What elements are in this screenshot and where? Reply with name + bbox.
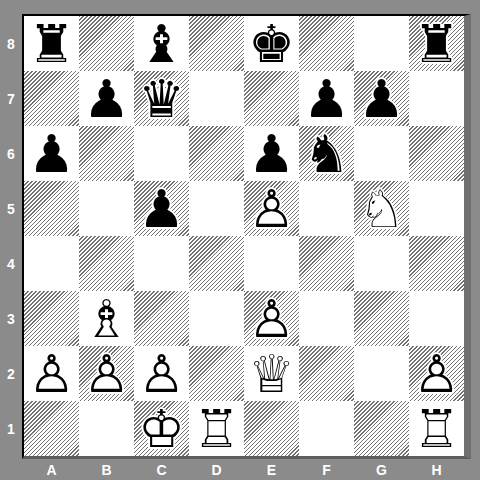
- square-h3[interactable]: [409, 291, 464, 346]
- square-d5[interactable]: [189, 181, 244, 236]
- piece-glyph: ♟: [244, 291, 299, 346]
- square-f7[interactable]: ♟: [299, 71, 354, 126]
- square-f4[interactable]: [299, 236, 354, 291]
- piece-black-pawn: ♟: [24, 126, 79, 181]
- file-label-d: D: [189, 459, 244, 480]
- piece-glyph: ♘: [354, 181, 409, 236]
- square-b6[interactable]: [79, 126, 134, 181]
- piece-glyph: ♜: [409, 401, 464, 456]
- piece-white-pawn: ♟♙: [79, 346, 134, 401]
- piece-white-pawn: ♟♙: [409, 346, 464, 401]
- square-a2[interactable]: ♟♙: [24, 346, 79, 401]
- file-label-c: C: [134, 459, 189, 480]
- square-b1[interactable]: [79, 401, 134, 456]
- piece-glyph: ♟: [79, 346, 134, 401]
- piece-glyph: ♟: [244, 181, 299, 236]
- piece-glyph: ♟: [24, 126, 79, 181]
- square-h8[interactable]: ♜: [409, 16, 464, 71]
- square-f6[interactable]: ♞: [299, 126, 354, 181]
- square-d8[interactable]: [189, 16, 244, 71]
- piece-glyph: ♟: [79, 71, 134, 126]
- square-e4[interactable]: [244, 236, 299, 291]
- square-c2[interactable]: ♟♙: [134, 346, 189, 401]
- square-b7[interactable]: ♟: [79, 71, 134, 126]
- piece-glyph: ♛: [244, 346, 299, 401]
- file-label-a: A: [24, 459, 79, 480]
- piece-white-pawn: ♟♙: [24, 346, 79, 401]
- square-e7[interactable]: [244, 71, 299, 126]
- piece-black-knight: ♞: [299, 126, 354, 181]
- piece-glyph: ♙: [24, 346, 79, 401]
- square-h2[interactable]: ♟♙: [409, 346, 464, 401]
- square-c1[interactable]: ♚♔: [134, 401, 189, 456]
- square-f8[interactable]: [299, 16, 354, 71]
- piece-glyph: ♚: [134, 401, 189, 456]
- square-g2[interactable]: [354, 346, 409, 401]
- rank-label-3: 3: [0, 291, 22, 346]
- square-a5[interactable]: [24, 181, 79, 236]
- piece-black-pawn: ♟: [299, 71, 354, 126]
- rank-label-5: 5: [0, 181, 22, 236]
- square-h5[interactable]: [409, 181, 464, 236]
- square-a3[interactable]: [24, 291, 79, 346]
- piece-black-queen: ♛: [134, 71, 189, 126]
- square-d6[interactable]: [189, 126, 244, 181]
- piece-black-pawn: ♟: [244, 126, 299, 181]
- piece-black-bishop: ♝: [134, 16, 189, 71]
- file-label-f: F: [299, 459, 354, 480]
- square-b5[interactable]: [79, 181, 134, 236]
- piece-glyph: ♜: [24, 16, 79, 71]
- square-g6[interactable]: [354, 126, 409, 181]
- piece-glyph: ♖: [409, 401, 464, 456]
- piece-glyph: ♞: [299, 126, 354, 181]
- piece-glyph: ♔: [134, 401, 189, 456]
- piece-glyph: ♟: [134, 181, 189, 236]
- square-c4[interactable]: [134, 236, 189, 291]
- square-a6[interactable]: ♟: [24, 126, 79, 181]
- square-c8[interactable]: ♝: [134, 16, 189, 71]
- square-h1[interactable]: ♜♖: [409, 401, 464, 456]
- piece-glyph: ♟: [134, 346, 189, 401]
- square-g7[interactable]: ♟: [354, 71, 409, 126]
- rank-labels: 87654321: [0, 16, 22, 456]
- piece-glyph: ♙: [134, 346, 189, 401]
- piece-glyph: ♜: [189, 401, 244, 456]
- piece-glyph: ♖: [189, 401, 244, 456]
- piece-black-rook: ♜: [409, 16, 464, 71]
- square-e1[interactable]: [244, 401, 299, 456]
- rank-label-7: 7: [0, 71, 22, 126]
- piece-black-pawn: ♟: [134, 181, 189, 236]
- file-label-b: B: [79, 459, 134, 480]
- square-d7[interactable]: [189, 71, 244, 126]
- piece-black-pawn: ♟: [79, 71, 134, 126]
- piece-glyph: ♝: [134, 16, 189, 71]
- piece-glyph: ♜: [409, 16, 464, 71]
- square-g1[interactable]: [354, 401, 409, 456]
- square-b2[interactable]: ♟♙: [79, 346, 134, 401]
- square-c5[interactable]: ♟: [134, 181, 189, 236]
- square-g4[interactable]: [354, 236, 409, 291]
- file-label-g: G: [354, 459, 409, 480]
- piece-white-rook: ♜♖: [409, 401, 464, 456]
- file-label-e: E: [244, 459, 299, 480]
- file-label-h: H: [409, 459, 464, 480]
- square-g8[interactable]: [354, 16, 409, 71]
- square-c7[interactable]: ♛: [134, 71, 189, 126]
- piece-glyph: ♟: [299, 71, 354, 126]
- square-a4[interactable]: [24, 236, 79, 291]
- square-d4[interactable]: [189, 236, 244, 291]
- square-f5[interactable]: [299, 181, 354, 236]
- piece-white-knight: ♞♘: [354, 181, 409, 236]
- piece-white-pawn: ♟♙: [244, 291, 299, 346]
- square-f2[interactable]: [299, 346, 354, 401]
- piece-white-pawn: ♟♙: [244, 181, 299, 236]
- square-f1[interactable]: [299, 401, 354, 456]
- piece-glyph: ♗: [79, 291, 134, 346]
- square-d1[interactable]: ♜♖: [189, 401, 244, 456]
- piece-white-pawn: ♟♙: [134, 346, 189, 401]
- square-a7[interactable]: [24, 71, 79, 126]
- square-g3[interactable]: [354, 291, 409, 346]
- square-h4[interactable]: [409, 236, 464, 291]
- rank-label-4: 4: [0, 236, 22, 291]
- piece-glyph: ♛: [134, 71, 189, 126]
- square-e5[interactable]: ♟♙: [244, 181, 299, 236]
- chess-board: ♜♝♚♜♟♛♟♟♟♟♞♟♟♙♞♘♝♗♟♙♟♙♟♙♟♙♛♕♟♙♚♔♜♖♜♖: [22, 14, 471, 459]
- piece-glyph: ♙: [409, 346, 464, 401]
- square-d3[interactable]: [189, 291, 244, 346]
- rank-label-8: 8: [0, 16, 22, 71]
- piece-white-bishop: ♝♗: [79, 291, 134, 346]
- piece-glyph: ♚: [244, 16, 299, 71]
- square-b3[interactable]: ♝♗: [79, 291, 134, 346]
- square-a1[interactable]: [24, 401, 79, 456]
- piece-glyph: ♙: [79, 346, 134, 401]
- rank-label-1: 1: [0, 401, 22, 456]
- rank-label-6: 6: [0, 126, 22, 181]
- square-d2[interactable]: [189, 346, 244, 401]
- square-g5[interactable]: ♞♘: [354, 181, 409, 236]
- piece-black-pawn: ♟: [354, 71, 409, 126]
- board-frame: 87654321 ♜♝♚♜♟♛♟♟♟♟♞♟♟♙♞♘♝♗♟♙♟♙♟♙♟♙♛♕♟♙♚…: [0, 0, 480, 480]
- piece-glyph: ♞: [354, 181, 409, 236]
- rank-label-2: 2: [0, 346, 22, 401]
- square-a8[interactable]: ♜: [24, 16, 79, 71]
- square-e6[interactable]: ♟: [244, 126, 299, 181]
- square-e8[interactable]: ♚: [244, 16, 299, 71]
- piece-glyph: ♙: [244, 181, 299, 236]
- square-e3[interactable]: ♟♙: [244, 291, 299, 346]
- piece-glyph: ♙: [244, 291, 299, 346]
- piece-glyph: ♟: [409, 346, 464, 401]
- square-b4[interactable]: [79, 236, 134, 291]
- square-b8[interactable]: [79, 16, 134, 71]
- piece-glyph: ♟: [244, 126, 299, 181]
- square-h6[interactable]: [409, 126, 464, 181]
- piece-white-queen: ♛♕: [244, 346, 299, 401]
- square-h7[interactable]: [409, 71, 464, 126]
- square-f3[interactable]: [299, 291, 354, 346]
- piece-black-king: ♚: [244, 16, 299, 71]
- piece-glyph: ♟: [354, 71, 409, 126]
- file-labels: ABCDEFGH: [24, 459, 464, 480]
- piece-white-rook: ♜♖: [189, 401, 244, 456]
- piece-glyph: ♕: [244, 346, 299, 401]
- piece-glyph: ♟: [24, 346, 79, 401]
- piece-black-rook: ♜: [24, 16, 79, 71]
- piece-white-king: ♚♔: [134, 401, 189, 456]
- piece-glyph: ♝: [79, 291, 134, 346]
- square-e2[interactable]: ♛♕: [244, 346, 299, 401]
- square-c6[interactable]: [134, 126, 189, 181]
- square-c3[interactable]: [134, 291, 189, 346]
